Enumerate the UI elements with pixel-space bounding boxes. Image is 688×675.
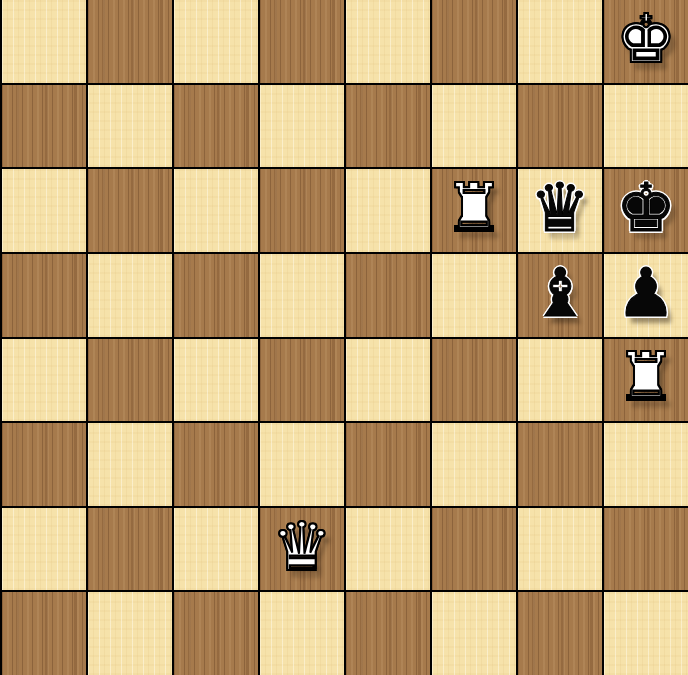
square-g7[interactable] <box>518 85 602 168</box>
square-f5[interactable] <box>432 254 516 337</box>
black-queen-icon[interactable]: ♛ <box>530 175 590 242</box>
square-f7[interactable] <box>432 85 516 168</box>
square-e2[interactable] <box>346 508 430 591</box>
square-f3[interactable] <box>432 423 516 506</box>
square-a2[interactable] <box>2 508 86 591</box>
square-a4[interactable] <box>2 339 86 422</box>
white-king-icon[interactable]: ♚ <box>616 6 676 73</box>
square-h6[interactable]: ♚ <box>604 169 688 252</box>
square-g3[interactable] <box>518 423 602 506</box>
white-rook-icon[interactable]: ♜ <box>616 344 676 411</box>
square-g8[interactable] <box>518 0 602 83</box>
black-pawn-icon[interactable]: ♟ <box>616 260 676 327</box>
black-bishop-icon[interactable]: ♝ <box>530 260 590 327</box>
square-g5[interactable]: ♝ <box>518 254 602 337</box>
square-f6[interactable]: ♜ <box>432 169 516 252</box>
chess-board: ♚♜♛♚♝♟♜♛ <box>0 0 688 675</box>
square-h4[interactable]: ♜ <box>604 339 688 422</box>
square-e1[interactable] <box>346 592 430 675</box>
square-d6[interactable] <box>260 169 344 252</box>
square-d3[interactable] <box>260 423 344 506</box>
square-e4[interactable] <box>346 339 430 422</box>
square-h3[interactable] <box>604 423 688 506</box>
square-b8[interactable] <box>88 0 172 83</box>
square-h5[interactable]: ♟ <box>604 254 688 337</box>
square-c6[interactable] <box>174 169 258 252</box>
square-c4[interactable] <box>174 339 258 422</box>
square-b6[interactable] <box>88 169 172 252</box>
square-e8[interactable] <box>346 0 430 83</box>
black-king-icon[interactable]: ♚ <box>616 175 676 242</box>
square-a7[interactable] <box>2 85 86 168</box>
square-d1[interactable] <box>260 592 344 675</box>
square-e7[interactable] <box>346 85 430 168</box>
square-d5[interactable] <box>260 254 344 337</box>
square-a8[interactable] <box>2 0 86 83</box>
square-a1[interactable] <box>2 592 86 675</box>
square-b2[interactable] <box>88 508 172 591</box>
square-e5[interactable] <box>346 254 430 337</box>
square-f1[interactable] <box>432 592 516 675</box>
white-rook-icon[interactable]: ♜ <box>444 175 504 242</box>
square-d8[interactable] <box>260 0 344 83</box>
square-a6[interactable] <box>2 169 86 252</box>
square-h1[interactable] <box>604 592 688 675</box>
square-d4[interactable] <box>260 339 344 422</box>
square-e3[interactable] <box>346 423 430 506</box>
square-c2[interactable] <box>174 508 258 591</box>
square-c7[interactable] <box>174 85 258 168</box>
square-h7[interactable] <box>604 85 688 168</box>
chessboard-screenshot: ♚♜♛♚♝♟♜♛ <box>0 0 688 675</box>
square-b3[interactable] <box>88 423 172 506</box>
square-g1[interactable] <box>518 592 602 675</box>
square-d7[interactable] <box>260 85 344 168</box>
square-b4[interactable] <box>88 339 172 422</box>
square-h2[interactable] <box>604 508 688 591</box>
square-h8[interactable]: ♚ <box>604 0 688 83</box>
square-f2[interactable] <box>432 508 516 591</box>
white-queen-icon[interactable]: ♛ <box>272 514 332 581</box>
square-g4[interactable] <box>518 339 602 422</box>
square-c8[interactable] <box>174 0 258 83</box>
square-f8[interactable] <box>432 0 516 83</box>
square-c3[interactable] <box>174 423 258 506</box>
square-c5[interactable] <box>174 254 258 337</box>
square-d2[interactable]: ♛ <box>260 508 344 591</box>
square-e6[interactable] <box>346 169 430 252</box>
square-f4[interactable] <box>432 339 516 422</box>
square-b1[interactable] <box>88 592 172 675</box>
square-b5[interactable] <box>88 254 172 337</box>
square-c1[interactable] <box>174 592 258 675</box>
square-a5[interactable] <box>2 254 86 337</box>
square-g6[interactable]: ♛ <box>518 169 602 252</box>
square-g2[interactable] <box>518 508 602 591</box>
square-a3[interactable] <box>2 423 86 506</box>
square-b7[interactable] <box>88 85 172 168</box>
